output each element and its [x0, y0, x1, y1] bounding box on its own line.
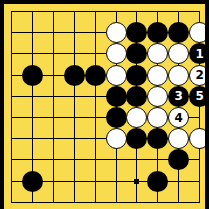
white-stone: [147, 43, 168, 64]
black-stone: [64, 65, 85, 86]
grid-line-horizontal: [11, 11, 200, 12]
white-stone: [147, 107, 168, 128]
white-stone: [168, 43, 189, 64]
board-frame-left: [0, 0, 4, 209]
black-stone: [126, 128, 147, 149]
move-number-label: 4: [175, 112, 183, 124]
black-stone: [22, 65, 43, 86]
black-stone: [126, 86, 147, 107]
black-stone: [147, 128, 168, 149]
black-stone-move-3: 3: [168, 86, 189, 107]
grid-line-vertical: [74, 11, 75, 203]
grid-line-vertical: [53, 11, 54, 203]
white-stone: [106, 128, 127, 149]
black-stone: [126, 43, 147, 64]
grid-line-vertical: [95, 11, 96, 203]
move-number-label: 1: [195, 48, 203, 60]
star-point: [134, 179, 139, 184]
move-number-label: 3: [175, 90, 183, 102]
black-stone: [106, 86, 127, 107]
white-stone: [168, 128, 189, 149]
grid-line-vertical: [11, 11, 12, 203]
white-stone-move-4: 4: [168, 107, 189, 128]
white-stone: [147, 65, 168, 86]
white-stone: [106, 22, 127, 43]
black-stone: [168, 149, 189, 170]
black-stone: [126, 22, 147, 43]
board-frame-right: [205, 0, 209, 209]
black-stone: [147, 171, 168, 192]
white-stone: [106, 65, 127, 86]
black-stone: [168, 22, 189, 43]
black-stone: [126, 65, 147, 86]
white-stone: [106, 43, 127, 64]
move-number-label: 5: [195, 90, 203, 102]
move-number-label: 2: [195, 69, 203, 81]
white-stone: [147, 86, 168, 107]
white-stone: [126, 107, 147, 128]
white-stone: [168, 65, 189, 86]
board-frame-top: [0, 0, 209, 4]
go-board-diagram: 12354: [0, 0, 209, 209]
black-stone: [106, 107, 127, 128]
black-stone: [147, 22, 168, 43]
black-stone: [22, 171, 43, 192]
black-stone: [85, 65, 106, 86]
grid-line-horizontal: [11, 202, 200, 203]
